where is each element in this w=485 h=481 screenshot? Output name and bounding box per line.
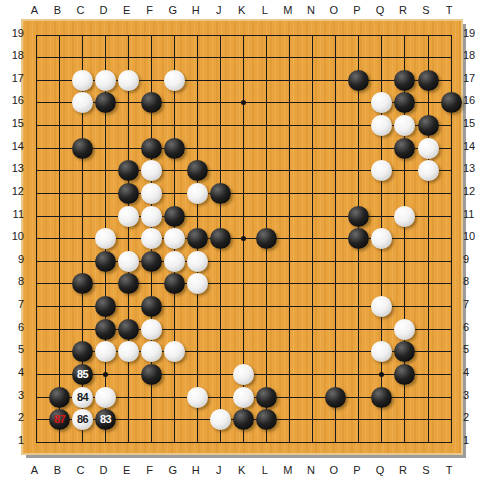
stone-black-D9: [95, 251, 116, 272]
column-label-bottom-H: H: [186, 464, 206, 477]
row-label-right-10: 10: [463, 230, 483, 243]
stone-black-T16: [441, 92, 462, 113]
column-label-bottom-E: E: [117, 464, 137, 477]
stone-black-R14: [394, 138, 415, 159]
row-label-right-9: 9: [463, 253, 483, 266]
stone-white-Q16: [371, 92, 392, 113]
column-label-top-H: H: [186, 4, 206, 17]
stone-white-G9: [164, 251, 185, 272]
grid-line-vertical: [335, 35, 336, 443]
star-point-Q4: [379, 372, 384, 377]
stone-black-E13: [118, 160, 139, 181]
column-label-bottom-R: R: [393, 464, 413, 477]
stone-black-F7: [141, 296, 162, 317]
stone-black-H10: [187, 228, 208, 249]
stone-black-B2: 87: [49, 409, 70, 430]
column-label-bottom-F: F: [140, 464, 160, 477]
column-label-bottom-Q: Q: [370, 464, 390, 477]
column-label-top-P: P: [347, 4, 367, 17]
grid-line-horizontal: [37, 57, 453, 58]
row-label-right-5: 5: [463, 343, 483, 356]
column-label-bottom-L: L: [255, 464, 275, 477]
row-label-right-15: 15: [463, 117, 483, 130]
row-label-right-13: 13: [463, 162, 483, 175]
stone-black-H13: [187, 160, 208, 181]
row-label-left-1: 1: [4, 434, 24, 447]
stone-white-H3: [187, 387, 208, 408]
row-label-left-2: 2: [4, 411, 24, 424]
stone-black-L10: [256, 228, 277, 249]
grid-line-horizontal: [37, 193, 453, 194]
stone-black-R4: [394, 364, 415, 385]
stone-white-C17: [72, 70, 93, 91]
row-label-left-10: 10: [4, 230, 24, 243]
stone-white-Q10: [371, 228, 392, 249]
row-label-left-4: 4: [4, 366, 24, 379]
stone-white-Q13: [371, 160, 392, 181]
row-label-right-14: 14: [463, 140, 483, 153]
row-label-left-18: 18: [4, 49, 24, 62]
stone-black-B3: [49, 387, 70, 408]
row-label-right-7: 7: [463, 298, 483, 311]
stone-black-S15: [418, 115, 439, 136]
grid-line-horizontal: [37, 283, 453, 284]
row-label-right-17: 17: [463, 72, 483, 85]
stone-black-C14: [72, 138, 93, 159]
row-label-left-12: 12: [4, 185, 24, 198]
stone-black-E8: [118, 273, 139, 294]
row-label-right-1: 1: [463, 434, 483, 447]
go-game-screenshot: 8584878683 AABBCCDDEEFFGGHHJJKKLLMMNNOOP…: [0, 0, 485, 481]
stone-white-D3: [95, 387, 116, 408]
grid-line-vertical: [289, 35, 290, 443]
row-label-right-16: 16: [463, 94, 483, 107]
stone-white-F13: [141, 160, 162, 181]
star-point-K16: [241, 100, 246, 105]
star-point-K10: [241, 236, 246, 241]
row-label-right-11: 11: [463, 208, 483, 221]
row-label-left-11: 11: [4, 208, 24, 221]
column-label-bottom-M: M: [278, 464, 298, 477]
stone-black-P17: [348, 70, 369, 91]
stone-white-F10: [141, 228, 162, 249]
grid-line-horizontal: [37, 442, 453, 443]
stone-white-J2: [210, 409, 231, 430]
stone-white-C16: [72, 92, 93, 113]
stone-white-Q15: [371, 115, 392, 136]
row-label-left-13: 13: [4, 162, 24, 175]
stone-black-Q3: [371, 387, 392, 408]
column-label-bottom-G: G: [163, 464, 183, 477]
column-label-bottom-J: J: [209, 464, 229, 477]
row-label-right-3: 3: [463, 389, 483, 402]
go-board[interactable]: 8584878683: [21, 19, 463, 455]
column-label-top-F: F: [140, 4, 160, 17]
column-label-bottom-O: O: [324, 464, 344, 477]
column-label-top-E: E: [117, 4, 137, 17]
column-label-top-O: O: [324, 4, 344, 17]
column-label-bottom-D: D: [94, 464, 114, 477]
row-label-right-19: 19: [463, 27, 483, 40]
stone-white-G17: [164, 70, 185, 91]
stone-white-G5: [164, 341, 185, 362]
row-label-right-2: 2: [463, 411, 483, 424]
column-label-bottom-A: A: [25, 464, 45, 477]
stone-black-D6: [95, 319, 116, 340]
column-label-top-G: G: [163, 4, 183, 17]
row-label-right-8: 8: [463, 275, 483, 288]
row-label-right-12: 12: [463, 185, 483, 198]
stone-white-H12: [187, 183, 208, 204]
column-label-top-C: C: [71, 4, 91, 17]
grid-line-vertical: [59, 35, 60, 443]
stone-black-C4: 85: [72, 364, 93, 385]
stone-white-F12: [141, 183, 162, 204]
column-label-top-S: S: [416, 4, 436, 17]
column-label-bottom-S: S: [416, 464, 436, 477]
stone-black-P11: [348, 206, 369, 227]
star-point-D4: [103, 372, 108, 377]
stone-white-R6: [394, 319, 415, 340]
stone-white-D5: [95, 341, 116, 362]
column-label-bottom-B: B: [48, 464, 68, 477]
stone-black-J10: [210, 228, 231, 249]
stone-white-R11: [394, 206, 415, 227]
grid-line-vertical: [312, 35, 313, 443]
stone-white-E11: [118, 206, 139, 227]
stone-white-G10: [164, 228, 185, 249]
stone-black-L3: [256, 387, 277, 408]
column-label-bottom-N: N: [301, 464, 321, 477]
stone-white-C2: 86: [72, 409, 93, 430]
stone-white-Q7: [371, 296, 392, 317]
column-label-bottom-C: C: [71, 464, 91, 477]
stone-white-E17: [118, 70, 139, 91]
row-label-right-6: 6: [463, 321, 483, 334]
column-label-top-L: L: [255, 4, 275, 17]
stone-white-E9: [118, 251, 139, 272]
stone-black-F16: [141, 92, 162, 113]
row-label-left-9: 9: [4, 253, 24, 266]
row-label-left-14: 14: [4, 140, 24, 153]
column-label-top-R: R: [393, 4, 413, 17]
stone-white-E5: [118, 341, 139, 362]
stone-black-S17: [418, 70, 439, 91]
row-label-left-15: 15: [4, 117, 24, 130]
stone-black-G8: [164, 273, 185, 294]
stone-black-E6: [118, 319, 139, 340]
stone-black-J12: [210, 183, 231, 204]
stone-black-R17: [394, 70, 415, 91]
column-label-bottom-K: K: [232, 464, 252, 477]
row-label-left-5: 5: [4, 343, 24, 356]
column-label-top-D: D: [94, 4, 114, 17]
stone-white-S14: [418, 138, 439, 159]
column-label-top-B: B: [48, 4, 68, 17]
stone-white-Q5: [371, 341, 392, 362]
stone-black-L2: [256, 409, 277, 430]
row-label-left-8: 8: [4, 275, 24, 288]
stone-black-O3: [325, 387, 346, 408]
stone-black-F4: [141, 364, 162, 385]
row-label-left-17: 17: [4, 72, 24, 85]
stone-black-K2: [233, 409, 254, 430]
column-label-top-M: M: [278, 4, 298, 17]
stone-black-F9: [141, 251, 162, 272]
stone-white-F11: [141, 206, 162, 227]
column-label-top-T: T: [439, 4, 459, 17]
stone-black-D16: [95, 92, 116, 113]
stone-black-D2: 83: [95, 409, 116, 430]
grid-line-vertical: [36, 35, 37, 443]
grid-line-vertical: [128, 35, 129, 443]
stone-white-K4: [233, 364, 254, 385]
stone-white-C3: 84: [72, 387, 93, 408]
stone-black-R16: [394, 92, 415, 113]
row-label-left-19: 19: [4, 27, 24, 40]
row-label-right-4: 4: [463, 366, 483, 379]
grid-line-horizontal: [37, 148, 453, 149]
stone-white-R15: [394, 115, 415, 136]
stone-black-C5: [72, 341, 93, 362]
grid-line-vertical: [428, 35, 429, 443]
stone-black-E12: [118, 183, 139, 204]
stone-black-R5: [394, 341, 415, 362]
stone-white-K3: [233, 387, 254, 408]
column-label-top-Q: Q: [370, 4, 390, 17]
grid-line-horizontal: [37, 35, 453, 36]
stone-white-D10: [95, 228, 116, 249]
stone-white-D17: [95, 70, 116, 91]
row-label-left-6: 6: [4, 321, 24, 334]
grid-line-horizontal: [37, 216, 453, 217]
column-label-top-N: N: [301, 4, 321, 17]
stone-black-G14: [164, 138, 185, 159]
row-label-left-7: 7: [4, 298, 24, 311]
row-label-right-18: 18: [463, 49, 483, 62]
row-label-left-3: 3: [4, 389, 24, 402]
stone-white-H9: [187, 251, 208, 272]
row-label-left-16: 16: [4, 94, 24, 107]
stone-black-C8: [72, 273, 93, 294]
stone-black-D7: [95, 296, 116, 317]
stone-white-S13: [418, 160, 439, 181]
stone-white-H8: [187, 273, 208, 294]
column-label-top-K: K: [232, 4, 252, 17]
column-label-top-J: J: [209, 4, 229, 17]
stone-white-F6: [141, 319, 162, 340]
stone-white-F5: [141, 341, 162, 362]
stone-black-P10: [348, 228, 369, 249]
column-label-bottom-T: T: [439, 464, 459, 477]
stone-black-F14: [141, 138, 162, 159]
stone-black-G11: [164, 206, 185, 227]
column-label-top-A: A: [25, 4, 45, 17]
column-label-bottom-P: P: [347, 464, 367, 477]
